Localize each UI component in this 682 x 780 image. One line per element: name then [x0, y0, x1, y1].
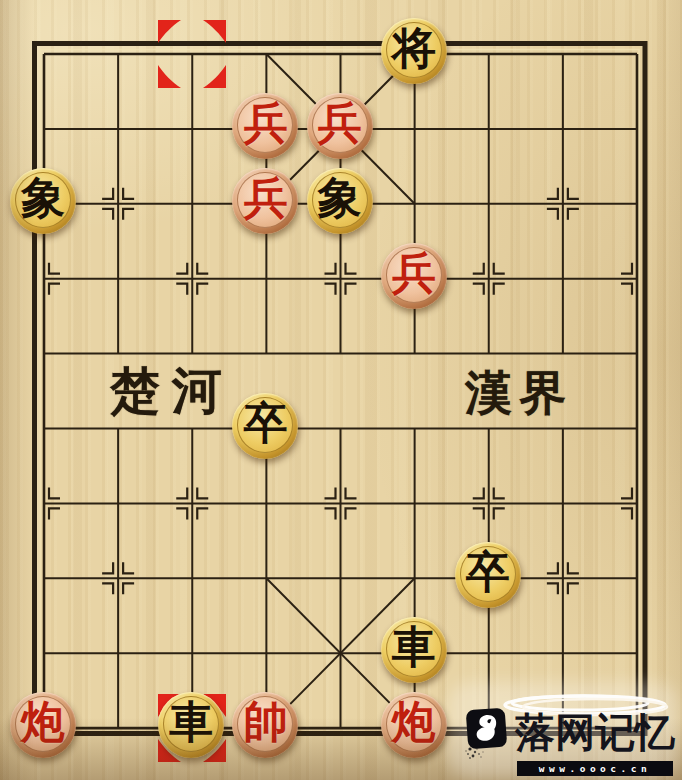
piece-face: 卒 [237, 397, 293, 453]
piece-face: 兵 [237, 97, 293, 153]
piece-face: 兵 [312, 97, 368, 153]
piece-character: 炮 [21, 701, 65, 745]
piece-black-chariot[interactable]: 車 [158, 692, 224, 758]
piece-face: 将 [386, 22, 442, 78]
watermark-title: 落网记忆 [515, 712, 677, 752]
piece-character: 兵 [243, 177, 287, 221]
piece-face: 兵 [386, 247, 442, 303]
piece-red-cannon[interactable]: 炮 [10, 692, 76, 758]
piece-character: 象 [21, 177, 65, 221]
piece-character: 兵 [392, 252, 436, 296]
piece-character: 車 [169, 701, 213, 745]
piece-face: 卒 [460, 546, 516, 602]
piece-black-general[interactable]: 将 [381, 18, 447, 84]
piece-character: 帥 [243, 701, 287, 745]
piece-character: 兵 [243, 102, 287, 146]
piece-black-elephant[interactable]: 象 [10, 168, 76, 234]
river-label-right: 漢界 [452, 362, 586, 425]
piece-face: 帥 [237, 696, 293, 752]
swan-logo-icon [464, 707, 510, 759]
watermark-url: www.oooc.cn [517, 761, 673, 776]
piece-black-soldier[interactable]: 卒 [455, 542, 521, 608]
piece-character: 車 [392, 626, 436, 670]
piece-face: 象 [312, 172, 368, 228]
piece-red-soldier[interactable]: 兵 [381, 243, 447, 309]
piece-character: 将 [392, 27, 436, 71]
last-move-marker [153, 15, 231, 93]
piece-red-soldier[interactable]: 兵 [307, 93, 373, 159]
river-label-left: 楚河 [102, 358, 242, 425]
piece-character: 象 [318, 177, 362, 221]
piece-face: 車 [163, 696, 219, 752]
piece-red-soldier[interactable]: 兵 [232, 168, 298, 234]
piece-character: 卒 [466, 551, 510, 595]
piece-character: 炮 [392, 701, 436, 745]
piece-black-chariot[interactable]: 車 [381, 617, 447, 683]
piece-black-elephant[interactable]: 象 [307, 168, 373, 234]
xiangqi-game-screen: 楚河 漢界 将兵兵象兵象兵卒卒車炮車帥炮 [0, 0, 682, 780]
piece-face: 象 [15, 172, 71, 228]
piece-character: 卒 [243, 402, 287, 446]
piece-face: 炮 [15, 696, 71, 752]
piece-red-general[interactable]: 帥 [232, 692, 298, 758]
piece-face: 兵 [237, 172, 293, 228]
piece-face: 車 [386, 621, 442, 677]
piece-black-soldier[interactable]: 卒 [232, 393, 298, 459]
piece-character: 兵 [318, 102, 362, 146]
piece-face: 炮 [386, 696, 442, 752]
piece-red-soldier[interactable]: 兵 [232, 93, 298, 159]
watermark: 落网记忆 www.oooc.cn [440, 675, 682, 780]
piece-red-cannon[interactable]: 炮 [381, 692, 447, 758]
